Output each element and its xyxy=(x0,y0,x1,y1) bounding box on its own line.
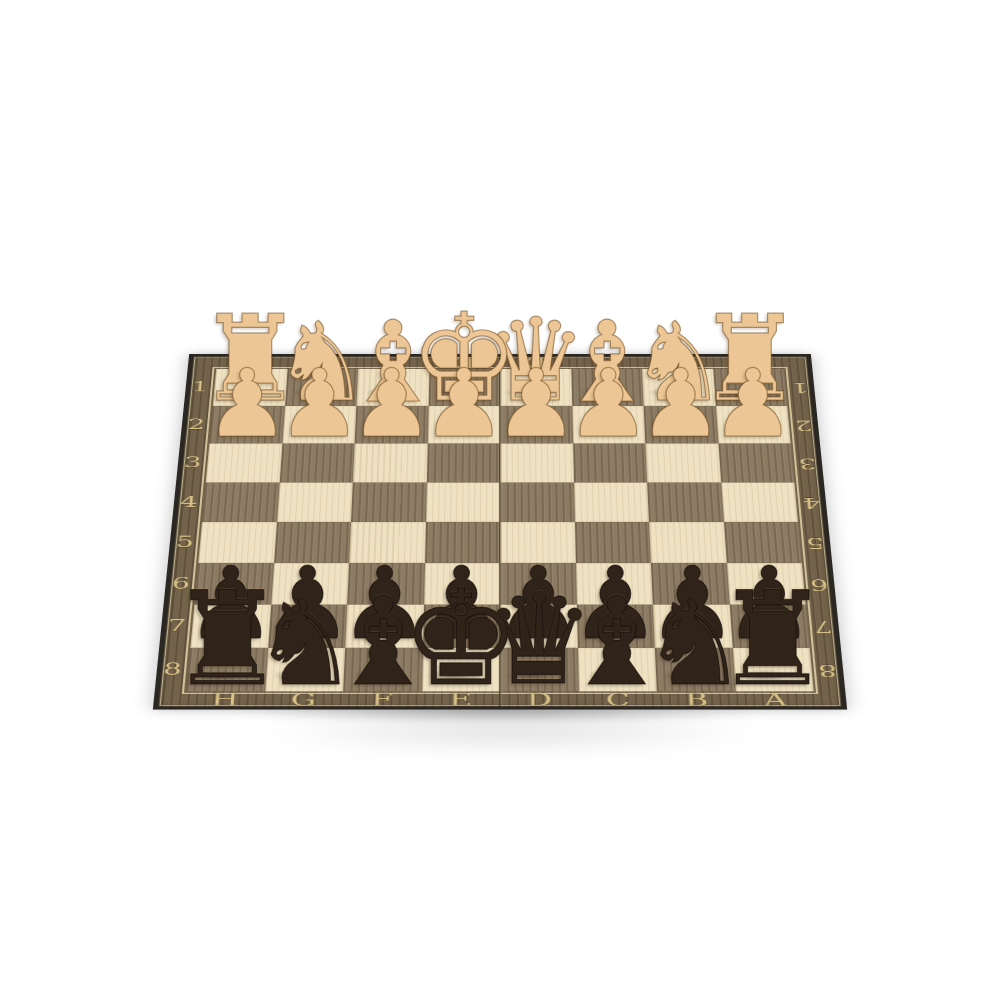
piece-white-pawn-f2[interactable]: ♟ xyxy=(349,357,433,451)
piece-white-pawn-e2[interactable]: ♟ xyxy=(422,357,506,451)
piece-white-pawn-d2[interactable]: ♟ xyxy=(494,357,578,451)
piece-white-pawn-b2[interactable]: ♟ xyxy=(638,357,722,451)
piece-white-pawn-a2[interactable]: ♟ xyxy=(711,357,795,451)
piece-black-rook-h8[interactable]: ♜ xyxy=(169,574,285,704)
piece-white-pawn-c2[interactable]: ♟ xyxy=(566,357,650,451)
photo-stage: HGFEDCBAHGFEDCBA1234567812345678 ♜♞♝♛♚♝♞… xyxy=(0,0,1000,1000)
piece-white-pawn-g2[interactable]: ♟ xyxy=(277,357,361,451)
piece-white-pawn-h2[interactable]: ♟ xyxy=(205,357,289,451)
